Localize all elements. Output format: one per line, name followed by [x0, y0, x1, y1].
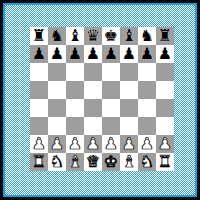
piece-white-pawn: ♟: [86, 135, 100, 153]
piece-black-pawn: ♟: [104, 45, 118, 63]
square-f6[interactable]: [120, 63, 138, 81]
square-h7[interactable]: ♟: [156, 45, 174, 63]
square-g5[interactable]: [138, 81, 156, 99]
chess-app-window: ♜♞♝♛♚♝♞♜♟♟♟♟♟♟♟♟♟♟♟♟♟♟♟♟♜♞♝♛♚♝♞♜: [0, 0, 200, 200]
piece-white-rook: ♜: [158, 153, 172, 171]
square-e7[interactable]: ♟: [102, 45, 120, 63]
piece-black-knight: ♞: [50, 27, 64, 45]
piece-black-pawn: ♟: [50, 45, 64, 63]
square-b3[interactable]: [48, 117, 66, 135]
piece-black-bishop: ♝: [122, 27, 136, 45]
square-d4[interactable]: [84, 99, 102, 117]
square-g6[interactable]: [138, 63, 156, 81]
piece-black-king: ♚: [104, 27, 118, 45]
piece-black-rook: ♜: [32, 27, 46, 45]
square-e5[interactable]: [102, 81, 120, 99]
piece-white-pawn: ♟: [50, 135, 64, 153]
square-e3[interactable]: [102, 117, 120, 135]
square-e6[interactable]: [102, 63, 120, 81]
square-b1[interactable]: ♞: [48, 153, 66, 171]
square-a1[interactable]: ♜: [30, 153, 48, 171]
square-a4[interactable]: [30, 99, 48, 117]
piece-white-knight: ♞: [50, 153, 64, 171]
square-a3[interactable]: [30, 117, 48, 135]
square-b8[interactable]: ♞: [48, 27, 66, 45]
square-d1[interactable]: ♛: [84, 153, 102, 171]
square-a6[interactable]: [30, 63, 48, 81]
piece-black-queen: ♛: [86, 27, 100, 45]
piece-black-pawn: ♟: [68, 45, 82, 63]
piece-white-pawn: ♟: [158, 135, 172, 153]
square-f4[interactable]: [120, 99, 138, 117]
square-g4[interactable]: [138, 99, 156, 117]
piece-white-bishop: ♝: [68, 153, 82, 171]
square-f5[interactable]: [120, 81, 138, 99]
piece-white-knight: ♞: [140, 153, 154, 171]
square-g2[interactable]: ♟: [138, 135, 156, 153]
piece-white-pawn: ♟: [122, 135, 136, 153]
square-h3[interactable]: [156, 117, 174, 135]
square-a8[interactable]: ♜: [30, 27, 48, 45]
square-d7[interactable]: ♟: [84, 45, 102, 63]
square-d3[interactable]: [84, 117, 102, 135]
square-a5[interactable]: [30, 81, 48, 99]
piece-black-rook: ♜: [158, 27, 172, 45]
piece-white-pawn: ♟: [140, 135, 154, 153]
square-e1[interactable]: ♚: [102, 153, 120, 171]
piece-black-pawn: ♟: [122, 45, 136, 63]
square-h5[interactable]: [156, 81, 174, 99]
square-h8[interactable]: ♜: [156, 27, 174, 45]
square-h4[interactable]: [156, 99, 174, 117]
square-a7[interactable]: ♟: [30, 45, 48, 63]
piece-black-pawn: ♟: [140, 45, 154, 63]
piece-black-pawn: ♟: [32, 45, 46, 63]
square-c7[interactable]: ♟: [66, 45, 84, 63]
square-d5[interactable]: [84, 81, 102, 99]
piece-black-bishop: ♝: [68, 27, 82, 45]
square-c6[interactable]: [66, 63, 84, 81]
piece-white-pawn: ♟: [68, 135, 82, 153]
piece-white-queen: ♛: [86, 153, 100, 171]
piece-black-pawn: ♟: [158, 45, 172, 63]
square-a2[interactable]: ♟: [30, 135, 48, 153]
square-f3[interactable]: [120, 117, 138, 135]
square-c5[interactable]: [66, 81, 84, 99]
square-h6[interactable]: [156, 63, 174, 81]
square-c2[interactable]: ♟: [66, 135, 84, 153]
square-b2[interactable]: ♟: [48, 135, 66, 153]
piece-white-pawn: ♟: [104, 135, 118, 153]
square-h2[interactable]: ♟: [156, 135, 174, 153]
square-f8[interactable]: ♝: [120, 27, 138, 45]
square-d6[interactable]: [84, 63, 102, 81]
square-c8[interactable]: ♝: [66, 27, 84, 45]
square-e2[interactable]: ♟: [102, 135, 120, 153]
piece-black-knight: ♞: [140, 27, 154, 45]
square-d8[interactable]: ♛: [84, 27, 102, 45]
piece-black-pawn: ♟: [86, 45, 100, 63]
square-e4[interactable]: [102, 99, 120, 117]
square-f1[interactable]: ♝: [120, 153, 138, 171]
square-b7[interactable]: ♟: [48, 45, 66, 63]
square-g8[interactable]: ♞: [138, 27, 156, 45]
square-b4[interactable]: [48, 99, 66, 117]
square-g1[interactable]: ♞: [138, 153, 156, 171]
square-h1[interactable]: ♜: [156, 153, 174, 171]
square-c3[interactable]: [66, 117, 84, 135]
square-d2[interactable]: ♟: [84, 135, 102, 153]
piece-white-bishop: ♝: [122, 153, 136, 171]
square-e8[interactable]: ♚: [102, 27, 120, 45]
piece-white-pawn: ♟: [32, 135, 46, 153]
piece-white-rook: ♜: [32, 153, 46, 171]
chess-board[interactable]: ♜♞♝♛♚♝♞♜♟♟♟♟♟♟♟♟♟♟♟♟♟♟♟♟♜♞♝♛♚♝♞♜: [30, 27, 174, 171]
square-g7[interactable]: ♟: [138, 45, 156, 63]
square-g3[interactable]: [138, 117, 156, 135]
square-f2[interactable]: ♟: [120, 135, 138, 153]
square-b6[interactable]: [48, 63, 66, 81]
square-c4[interactable]: [66, 99, 84, 117]
square-b5[interactable]: [48, 81, 66, 99]
square-c1[interactable]: ♝: [66, 153, 84, 171]
square-f7[interactable]: ♟: [120, 45, 138, 63]
piece-white-king: ♚: [104, 153, 118, 171]
